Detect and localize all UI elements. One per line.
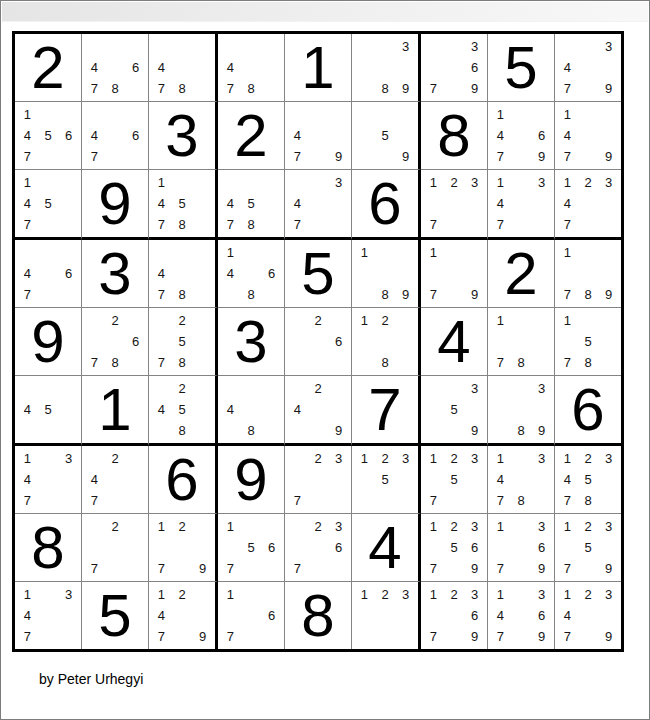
empty-candidate-slot <box>328 469 349 490</box>
empty-candidate-slot <box>192 172 213 193</box>
candidate-digit: 3 <box>464 172 485 193</box>
candidate-digit: 7 <box>490 626 511 647</box>
cell-r8c2[interactable]: 27 <box>82 514 149 582</box>
empty-candidate-slot <box>354 146 375 167</box>
empty-candidate-slot <box>192 537 213 558</box>
cell-r5c2[interactable]: 2678 <box>82 308 149 376</box>
candidate-digit: 9 <box>464 284 485 305</box>
empty-candidate-slot <box>423 469 444 490</box>
solved-digit: 5 <box>301 240 334 307</box>
cell-r6c2[interactable]: 1 <box>82 376 149 446</box>
candidate-digit: 5 <box>444 469 465 490</box>
empty-candidate-slot <box>375 36 396 57</box>
empty-candidate-slot <box>105 125 126 146</box>
empty-candidate-slot <box>38 104 59 125</box>
cell-r6c3[interactable]: 2458 <box>149 376 218 446</box>
cell-r6c8[interactable]: 389 <box>488 376 555 446</box>
cell-r1c3[interactable]: 478 <box>149 34 218 102</box>
empty-candidate-slot <box>220 378 241 399</box>
candidate-digit: 2 <box>308 378 329 399</box>
empty-candidate-slot <box>423 263 444 284</box>
cell-r1c8[interactable]: 5 <box>488 34 555 102</box>
candidate-digit: 1 <box>423 584 444 605</box>
empty-candidate-slot <box>192 352 213 373</box>
empty-candidate-slot <box>328 490 349 511</box>
candidate-digit: 4 <box>557 57 578 78</box>
candidate-digit: 4 <box>151 193 172 214</box>
cell-r9c3[interactable]: 12479 <box>149 582 218 649</box>
cell-r5c1[interactable]: 9 <box>15 308 82 376</box>
candidate-digit: 8 <box>511 420 532 441</box>
empty-candidate-slot <box>578 146 599 167</box>
cell-r1c4[interactable]: 478 <box>218 34 285 102</box>
empty-candidate-slot <box>84 448 105 469</box>
cell-r8c7[interactable]: 1235679 <box>421 514 488 582</box>
candidate-digit: 3 <box>395 584 416 605</box>
candidate-digit: 7 <box>287 146 308 167</box>
empty-candidate-slot <box>192 516 213 537</box>
empty-candidate-slot <box>395 331 416 352</box>
cell-r5c4[interactable]: 3 <box>218 308 285 376</box>
cell-r7c7[interactable]: 12357 <box>421 446 488 514</box>
candidate-digit: 3 <box>328 448 349 469</box>
empty-candidate-slot <box>511 605 532 626</box>
empty-candidate-slot <box>38 605 59 626</box>
candidate-digit: 3 <box>531 448 552 469</box>
empty-candidate-slot <box>105 146 126 167</box>
candidate-digit: 9 <box>464 420 485 441</box>
candidate-digit: 9 <box>464 78 485 99</box>
empty-candidate-slot <box>192 78 213 99</box>
empty-candidate-slot <box>105 57 126 78</box>
cell-r6c1[interactable]: 45 <box>15 376 82 446</box>
cell-r7c2[interactable]: 247 <box>82 446 149 514</box>
candidate-digit: 4 <box>287 125 308 146</box>
empty-candidate-slot <box>511 310 532 331</box>
empty-candidate-slot <box>241 605 262 626</box>
empty-candidate-slot <box>192 214 213 235</box>
candidate-digit: 2 <box>375 584 396 605</box>
solved-digit: 6 <box>368 170 401 237</box>
empty-candidate-slot <box>375 104 396 125</box>
empty-candidate-slot <box>58 242 79 263</box>
candidate-grid: 14578 <box>149 170 215 237</box>
empty-candidate-slot <box>308 125 329 146</box>
candidate-digit: 3 <box>464 448 485 469</box>
candidate-digit: 7 <box>557 352 578 373</box>
empty-candidate-slot <box>423 378 444 399</box>
cell-r8c9[interactable]: 123579 <box>555 514 621 582</box>
cell-r3c1[interactable]: 1457 <box>15 170 82 240</box>
empty-candidate-slot <box>395 352 416 373</box>
empty-candidate-slot <box>58 214 79 235</box>
candidate-grid: 479 <box>285 102 351 169</box>
solved-digit: 5 <box>98 582 131 649</box>
candidate-grid: 3479 <box>555 34 621 101</box>
candidate-grid: 45 <box>15 376 81 443</box>
candidate-digit: 6 <box>125 331 146 352</box>
empty-candidate-slot <box>444 263 465 284</box>
candidate-digit: 2 <box>578 172 599 193</box>
empty-candidate-slot <box>58 399 79 420</box>
cell-r2c7[interactable]: 8 <box>421 102 488 170</box>
candidate-digit: 6 <box>125 125 146 146</box>
candidate-digit: 4 <box>151 263 172 284</box>
cell-r2c5[interactable]: 479 <box>285 102 352 170</box>
candidate-digit: 8 <box>172 352 193 373</box>
cell-r3c7[interactable]: 1237 <box>421 170 488 240</box>
candidate-grid: 247 <box>82 446 148 513</box>
empty-candidate-slot <box>375 242 396 263</box>
empty-candidate-slot <box>598 310 619 331</box>
cell-r7c3[interactable]: 6 <box>149 446 218 514</box>
empty-candidate-slot <box>172 242 193 263</box>
candidate-digit: 9 <box>598 558 619 579</box>
candidate-digit: 1 <box>17 448 38 469</box>
empty-candidate-slot <box>125 558 146 579</box>
empty-candidate-slot <box>395 626 416 647</box>
candidate-digit: 7 <box>151 352 172 373</box>
candidate-grid: 12357 <box>421 446 487 513</box>
empty-candidate-slot <box>423 57 444 78</box>
candidate-digit: 9 <box>531 558 552 579</box>
candidate-digit: 7 <box>84 490 105 511</box>
empty-candidate-slot <box>220 172 241 193</box>
cell-r4c4[interactable]: 1468 <box>218 240 285 308</box>
empty-candidate-slot <box>511 193 532 214</box>
empty-candidate-slot <box>511 214 532 235</box>
candidate-digit: 3 <box>531 516 552 537</box>
cell-r3c8[interactable]: 1347 <box>488 170 555 240</box>
empty-candidate-slot <box>423 36 444 57</box>
cell-r9c7[interactable]: 123679 <box>421 582 488 649</box>
candidate-digit: 3 <box>598 36 619 57</box>
candidate-grid: 2578 <box>149 308 215 375</box>
cell-r4c3[interactable]: 478 <box>149 240 218 308</box>
cell-r9c1[interactable]: 1347 <box>15 582 82 649</box>
empty-candidate-slot <box>241 263 262 284</box>
cell-r3c2[interactable]: 9 <box>82 170 149 240</box>
cell-r8c5[interactable]: 2367 <box>285 514 352 582</box>
candidate-digit: 1 <box>354 242 375 263</box>
empty-candidate-slot <box>464 263 485 284</box>
empty-candidate-slot <box>105 558 126 579</box>
candidate-digit: 2 <box>172 516 193 537</box>
empty-candidate-slot <box>125 448 146 469</box>
cell-r4c9[interactable]: 1789 <box>555 240 621 308</box>
candidate-digit: 7 <box>220 626 241 647</box>
candidate-digit: 7 <box>423 626 444 647</box>
candidate-digit: 2 <box>172 584 193 605</box>
empty-candidate-slot <box>220 36 241 57</box>
candidate-digit: 6 <box>531 605 552 626</box>
empty-candidate-slot <box>464 490 485 511</box>
cell-r2c9[interactable]: 1479 <box>555 102 621 170</box>
candidate-digit: 5 <box>241 193 262 214</box>
candidate-digit: 4 <box>490 605 511 626</box>
cell-r4c5[interactable]: 5 <box>285 240 352 308</box>
empty-candidate-slot <box>261 558 282 579</box>
candidate-digit: 5 <box>375 469 396 490</box>
cell-r2c3[interactable]: 3 <box>149 102 218 170</box>
cell-r5c8[interactable]: 178 <box>488 308 555 376</box>
candidate-grid: 189 <box>352 240 418 307</box>
empty-candidate-slot <box>308 469 329 490</box>
candidate-grid: 2367 <box>285 514 351 581</box>
empty-candidate-slot <box>58 378 79 399</box>
cell-r4c1[interactable]: 467 <box>15 240 82 308</box>
empty-candidate-slot <box>172 605 193 626</box>
empty-candidate-slot <box>511 469 532 490</box>
candidate-digit: 6 <box>531 537 552 558</box>
cell-r4c2[interactable]: 3 <box>82 240 149 308</box>
empty-candidate-slot <box>444 193 465 214</box>
empty-candidate-slot <box>308 146 329 167</box>
candidate-digit: 1 <box>354 584 375 605</box>
cell-r6c4[interactable]: 48 <box>218 376 285 446</box>
empty-candidate-slot <box>444 214 465 235</box>
empty-candidate-slot <box>490 331 511 352</box>
candidate-grid: 123679 <box>421 582 487 649</box>
candidate-digit: 1 <box>490 172 511 193</box>
candidate-grid: 48 <box>218 376 284 443</box>
candidate-digit: 2 <box>578 584 599 605</box>
empty-candidate-slot <box>38 214 59 235</box>
solved-digit: 6 <box>165 446 198 513</box>
candidate-digit: 1 <box>557 104 578 125</box>
candidate-digit: 2 <box>444 584 465 605</box>
empty-candidate-slot <box>578 263 599 284</box>
cell-r2c1[interactable]: 14567 <box>15 102 82 170</box>
cell-r1c9[interactable]: 3479 <box>555 34 621 102</box>
cell-r9c2[interactable]: 5 <box>82 582 149 649</box>
cell-r5c9[interactable]: 1578 <box>555 308 621 376</box>
cell-r9c4[interactable]: 167 <box>218 582 285 649</box>
cell-r7c9[interactable]: 1234578 <box>555 446 621 514</box>
candidate-digit: 7 <box>557 214 578 235</box>
cell-r6c9[interactable]: 6 <box>555 376 621 446</box>
empty-candidate-slot <box>261 399 282 420</box>
candidate-digit: 7 <box>423 558 444 579</box>
candidate-digit: 7 <box>84 78 105 99</box>
empty-candidate-slot <box>444 605 465 626</box>
candidate-grid: 4678 <box>82 34 148 101</box>
cell-r3c4[interactable]: 4578 <box>218 170 285 240</box>
cell-r2c2[interactable]: 467 <box>82 102 149 170</box>
cell-r8c3[interactable]: 1279 <box>149 514 218 582</box>
cell-r1c1[interactable]: 2 <box>15 34 82 102</box>
cell-r9c8[interactable]: 134679 <box>488 582 555 649</box>
cell-r6c7[interactable]: 359 <box>421 376 488 446</box>
candidate-digit: 6 <box>261 263 282 284</box>
candidate-digit: 8 <box>578 352 599 373</box>
empty-candidate-slot <box>328 104 349 125</box>
empty-candidate-slot <box>354 331 375 352</box>
candidate-digit: 3 <box>598 516 619 537</box>
empty-candidate-slot <box>261 214 282 235</box>
candidate-digit: 1 <box>557 448 578 469</box>
cell-r7c5[interactable]: 237 <box>285 446 352 514</box>
cell-r8c4[interactable]: 1567 <box>218 514 285 582</box>
empty-candidate-slot <box>598 57 619 78</box>
cell-r3c5[interactable]: 347 <box>285 170 352 240</box>
solved-digit: 2 <box>234 102 267 169</box>
candidate-digit: 3 <box>464 516 485 537</box>
empty-candidate-slot <box>464 469 485 490</box>
cell-r9c9[interactable]: 123479 <box>555 582 621 649</box>
candidate-digit: 6 <box>261 605 282 626</box>
cell-r3c3[interactable]: 14578 <box>149 170 218 240</box>
empty-candidate-slot <box>531 214 552 235</box>
empty-candidate-slot <box>354 605 375 626</box>
candidate-digit: 1 <box>151 172 172 193</box>
empty-candidate-slot <box>444 490 465 511</box>
candidate-digit: 3 <box>58 584 79 605</box>
cell-r5c6[interactable]: 128 <box>352 308 421 376</box>
candidate-digit: 3 <box>598 172 619 193</box>
empty-candidate-slot <box>241 516 262 537</box>
candidate-digit: 9 <box>464 626 485 647</box>
candidate-grid: 1457 <box>15 170 81 237</box>
candidate-digit: 1 <box>354 448 375 469</box>
candidate-digit: 7 <box>423 214 444 235</box>
candidate-digit: 8 <box>105 352 126 373</box>
candidate-grid: 1347 <box>15 582 81 649</box>
candidate-digit: 3 <box>598 448 619 469</box>
empty-candidate-slot <box>241 378 262 399</box>
empty-candidate-slot <box>192 378 213 399</box>
cell-r2c4[interactable]: 2 <box>218 102 285 170</box>
cell-r7c8[interactable]: 13478 <box>488 446 555 514</box>
empty-candidate-slot <box>241 172 262 193</box>
empty-candidate-slot <box>17 378 38 399</box>
candidate-digit: 4 <box>220 57 241 78</box>
candidate-grid: 13679 <box>488 514 554 581</box>
cell-r3c6[interactable]: 6 <box>352 170 421 240</box>
empty-candidate-slot <box>308 331 329 352</box>
solved-digit: 3 <box>98 240 131 307</box>
empty-candidate-slot <box>511 537 532 558</box>
cell-r1c7[interactable]: 3679 <box>421 34 488 102</box>
candidate-digit: 8 <box>375 78 396 99</box>
candidate-digit: 9 <box>192 558 213 579</box>
cell-r2c8[interactable]: 14679 <box>488 102 555 170</box>
empty-candidate-slot <box>17 420 38 441</box>
cell-r1c2[interactable]: 4678 <box>82 34 149 102</box>
candidate-digit: 4 <box>490 469 511 490</box>
candidate-digit: 1 <box>490 310 511 331</box>
cell-r3c9[interactable]: 12347 <box>555 170 621 240</box>
cell-r4c6[interactable]: 189 <box>352 240 421 308</box>
empty-candidate-slot <box>58 193 79 214</box>
cell-r5c7[interactable]: 4 <box>421 308 488 376</box>
cell-r9c5[interactable]: 8 <box>285 582 352 649</box>
candidate-grid: 27 <box>82 514 148 581</box>
cell-r9c6[interactable]: 123 <box>352 582 421 649</box>
empty-candidate-slot <box>395 125 416 146</box>
candidate-digit: 5 <box>38 193 59 214</box>
cell-r8c1[interactable]: 8 <box>15 514 82 582</box>
candidate-digit: 1 <box>17 104 38 125</box>
cell-r5c3[interactable]: 2578 <box>149 308 218 376</box>
empty-candidate-slot <box>220 537 241 558</box>
empty-candidate-slot <box>328 378 349 399</box>
candidate-digit: 5 <box>241 537 262 558</box>
empty-candidate-slot <box>328 399 349 420</box>
empty-candidate-slot <box>105 331 126 352</box>
puzzle-page: 2467847847813893679534791456746732479598… <box>0 0 650 720</box>
empty-candidate-slot <box>261 516 282 537</box>
empty-candidate-slot <box>192 57 213 78</box>
empty-candidate-slot <box>38 146 59 167</box>
candidate-digit: 7 <box>557 78 578 99</box>
candidate-digit: 2 <box>308 310 329 331</box>
candidate-digit: 4 <box>220 193 241 214</box>
cell-r1c6[interactable]: 389 <box>352 34 421 102</box>
candidate-digit: 9 <box>598 626 619 647</box>
empty-candidate-slot <box>444 242 465 263</box>
empty-candidate-slot <box>354 284 375 305</box>
empty-candidate-slot <box>328 352 349 373</box>
cell-r5c5[interactable]: 26 <box>285 308 352 376</box>
candidate-digit: 8 <box>511 352 532 373</box>
candidate-digit: 2 <box>444 448 465 469</box>
candidate-digit: 8 <box>241 420 262 441</box>
candidate-grid: 59 <box>352 102 418 169</box>
candidate-digit: 5 <box>444 399 465 420</box>
cell-r8c8[interactable]: 13679 <box>488 514 555 582</box>
empty-candidate-slot <box>578 104 599 125</box>
cell-r7c6[interactable]: 1235 <box>352 446 421 514</box>
empty-candidate-slot <box>464 214 485 235</box>
candidate-digit: 7 <box>17 146 38 167</box>
empty-candidate-slot <box>557 331 578 352</box>
empty-candidate-slot <box>598 193 619 214</box>
candidate-digit: 2 <box>105 516 126 537</box>
empty-candidate-slot <box>192 331 213 352</box>
cell-r6c6[interactable]: 7 <box>352 376 421 446</box>
candidate-digit: 8 <box>172 214 193 235</box>
empty-candidate-slot <box>58 172 79 193</box>
cell-r2c6[interactable]: 59 <box>352 102 421 170</box>
cell-r7c1[interactable]: 1347 <box>15 446 82 514</box>
candidate-digit: 2 <box>308 516 329 537</box>
empty-candidate-slot <box>38 242 59 263</box>
cell-r8c6[interactable]: 4 <box>352 514 421 582</box>
candidate-digit: 1 <box>557 242 578 263</box>
candidate-digit: 4 <box>84 125 105 146</box>
empty-candidate-slot <box>395 605 416 626</box>
empty-candidate-slot <box>511 558 532 579</box>
cell-r7c4[interactable]: 9 <box>218 446 285 514</box>
empty-candidate-slot <box>261 420 282 441</box>
candidate-digit: 2 <box>105 448 126 469</box>
candidate-digit: 2 <box>578 516 599 537</box>
empty-candidate-slot <box>511 584 532 605</box>
empty-candidate-slot <box>38 172 59 193</box>
empty-candidate-slot <box>125 78 146 99</box>
solved-digit: 8 <box>301 582 334 649</box>
candidate-grid: 12479 <box>149 582 215 649</box>
empty-candidate-slot <box>287 516 308 537</box>
empty-candidate-slot <box>395 263 416 284</box>
empty-candidate-slot <box>38 490 59 511</box>
cell-r1c5[interactable]: 1 <box>285 34 352 102</box>
cell-r4c7[interactable]: 179 <box>421 240 488 308</box>
candidate-digit: 3 <box>58 448 79 469</box>
cell-r4c8[interactable]: 2 <box>488 240 555 308</box>
cell-r6c5[interactable]: 249 <box>285 376 352 446</box>
